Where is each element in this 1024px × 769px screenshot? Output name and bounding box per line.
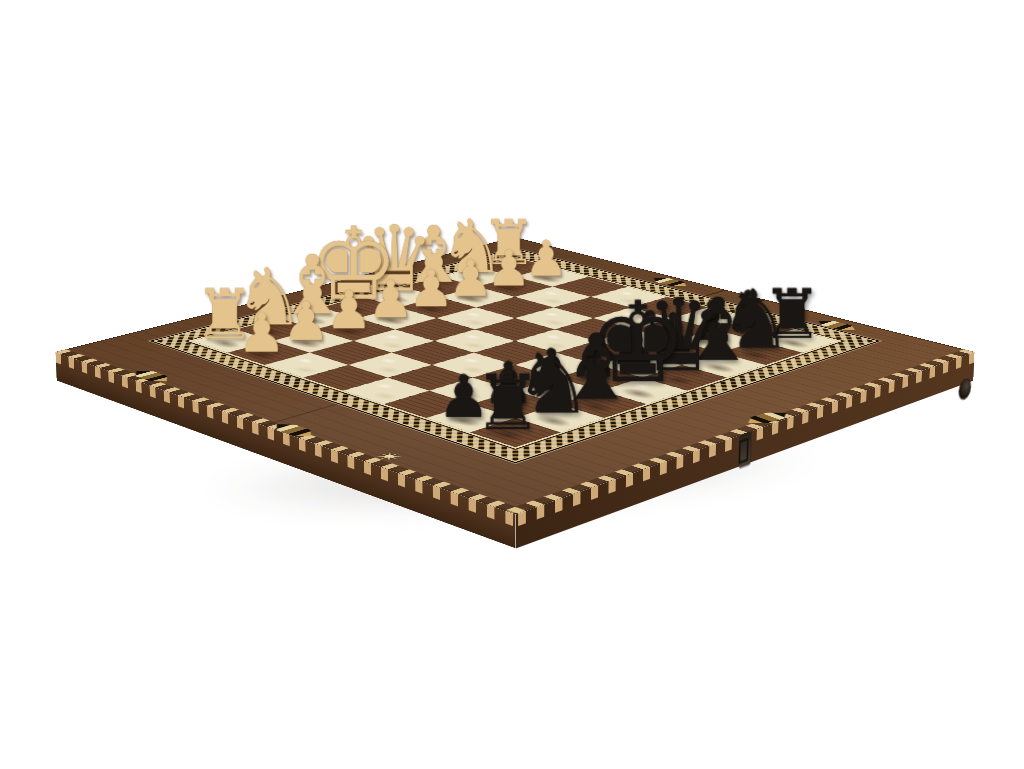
clasp-latch-icon — [739, 429, 750, 468]
product-photo-stage: ♜♞♟♝♟♛♟♚♟♝♟♞♟♟♜♟♟♜♟♟♞♟♝♟♛♟♚♟♝♟♞♜ ✴ — [0, 0, 1024, 769]
black-rook-glyph: ♜ — [431, 365, 586, 441]
white-pawn-glyph: ♟ — [191, 307, 331, 361]
corner-medallion-icon — [959, 378, 972, 401]
